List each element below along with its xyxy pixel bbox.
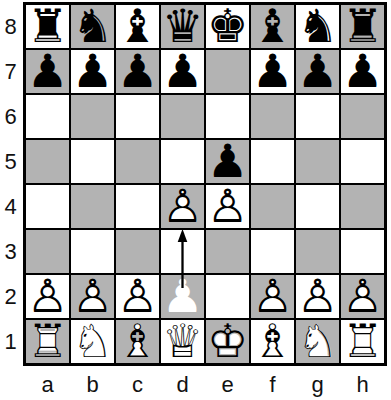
square-h5 bbox=[341, 140, 384, 183]
chess-diagram: 87654321 ♜♞♝♛♚♝♞♜♟♟♟♟♟♟♟♟♟♙♟♙♟♙♟♙♟♙♟♟♙♟♙… bbox=[0, 0, 391, 400]
rank-label-7: 7 bbox=[0, 50, 21, 93]
square-h3 bbox=[341, 230, 384, 273]
square-b3 bbox=[71, 230, 114, 273]
file-label-e: e bbox=[206, 371, 249, 398]
black-pawn-piece: ♟ bbox=[206, 140, 249, 183]
file-label-f: f bbox=[251, 371, 294, 398]
white-pawn-piece: ♙ bbox=[341, 275, 384, 318]
square-f4 bbox=[251, 185, 294, 228]
square-b1: ♞♘ bbox=[71, 320, 114, 363]
square-a3 bbox=[26, 230, 69, 273]
square-a2: ♟♙ bbox=[26, 275, 69, 318]
square-b4 bbox=[71, 185, 114, 228]
white-king-piece: ♔ bbox=[206, 320, 249, 363]
white-pawn-fill: ♟ bbox=[341, 275, 384, 318]
white-queen-piece: ♕ bbox=[161, 320, 204, 363]
file-label-c: c bbox=[116, 371, 159, 398]
square-h4 bbox=[341, 185, 384, 228]
black-knight-piece: ♞ bbox=[296, 5, 339, 48]
black-rook-piece: ♜ bbox=[26, 5, 69, 48]
square-g6 bbox=[296, 95, 339, 138]
black-bishop-piece: ♝ bbox=[251, 5, 294, 48]
square-e4: ♟♙ bbox=[206, 185, 249, 228]
square-c3 bbox=[116, 230, 159, 273]
black-pawn-piece: ♟ bbox=[26, 50, 69, 93]
square-f8: ♝ bbox=[251, 5, 294, 48]
rank-label-2: 2 bbox=[0, 275, 21, 318]
square-g5 bbox=[296, 140, 339, 183]
square-e8: ♚ bbox=[206, 5, 249, 48]
square-d2: ♟ bbox=[161, 275, 204, 318]
black-queen-piece: ♛ bbox=[161, 5, 204, 48]
square-b2: ♟♙ bbox=[71, 275, 114, 318]
square-a7: ♟ bbox=[26, 50, 69, 93]
black-king-piece: ♚ bbox=[206, 5, 249, 48]
rank-labels: 87654321 bbox=[0, 5, 21, 363]
white-bishop-piece: ♗ bbox=[116, 320, 159, 363]
black-pawn-piece: ♟ bbox=[341, 50, 384, 93]
square-f5 bbox=[251, 140, 294, 183]
white-king-fill: ♚ bbox=[206, 320, 249, 363]
white-pawn-piece: ♙ bbox=[26, 275, 69, 318]
square-a1: ♜♖ bbox=[26, 320, 69, 363]
square-f2: ♟♙ bbox=[251, 275, 294, 318]
rank-label-4: 4 bbox=[0, 185, 21, 228]
black-knight-piece: ♞ bbox=[71, 5, 114, 48]
square-c7: ♟ bbox=[116, 50, 159, 93]
square-h1: ♜♖ bbox=[341, 320, 384, 363]
square-b8: ♞ bbox=[71, 5, 114, 48]
square-b5 bbox=[71, 140, 114, 183]
square-b7: ♟ bbox=[71, 50, 114, 93]
white-pawn-piece: ♙ bbox=[116, 275, 159, 318]
square-c4 bbox=[116, 185, 159, 228]
square-h7: ♟ bbox=[341, 50, 384, 93]
square-e5: ♟ bbox=[206, 140, 249, 183]
white-knight-piece: ♘ bbox=[71, 320, 114, 363]
black-pawn-piece: ♟ bbox=[71, 50, 114, 93]
white-bishop-piece: ♗ bbox=[251, 320, 294, 363]
black-pawn-piece: ♟ bbox=[296, 50, 339, 93]
square-d7: ♟ bbox=[161, 50, 204, 93]
white-rook-piece: ♖ bbox=[341, 320, 384, 363]
white-pawn-fill: ♟ bbox=[206, 185, 249, 228]
square-f3 bbox=[251, 230, 294, 273]
file-label-b: b bbox=[71, 371, 114, 398]
square-h8: ♜ bbox=[341, 5, 384, 48]
white-pawn-piece: ♙ bbox=[71, 275, 114, 318]
square-b6 bbox=[71, 95, 114, 138]
square-e2 bbox=[206, 275, 249, 318]
square-f1: ♝♗ bbox=[251, 320, 294, 363]
square-h2: ♟♙ bbox=[341, 275, 384, 318]
square-d6 bbox=[161, 95, 204, 138]
square-a6 bbox=[26, 95, 69, 138]
white-knight-fill: ♞ bbox=[71, 320, 114, 363]
square-c6 bbox=[116, 95, 159, 138]
white-knight-piece: ♘ bbox=[296, 320, 339, 363]
square-d4: ♟♙ bbox=[161, 185, 204, 228]
black-pawn-piece: ♟ bbox=[116, 50, 159, 93]
white-pawn-fill: ♟ bbox=[161, 185, 204, 228]
white-pawn-piece: ♙ bbox=[161, 185, 204, 228]
square-c1: ♝♗ bbox=[116, 320, 159, 363]
white-pawn-fill: ♟ bbox=[116, 275, 159, 318]
square-h6 bbox=[341, 95, 384, 138]
white-rook-fill: ♜ bbox=[26, 320, 69, 363]
file-label-g: g bbox=[296, 371, 339, 398]
white-rook-piece: ♖ bbox=[26, 320, 69, 363]
square-d1: ♛♕ bbox=[161, 320, 204, 363]
white-pawn-piece: ♙ bbox=[206, 185, 249, 228]
white-pawn-fill: ♟ bbox=[71, 275, 114, 318]
rank-label-3: 3 bbox=[0, 230, 21, 273]
file-labels: abcdefgh bbox=[26, 371, 384, 398]
black-pawn-piece: ♟ bbox=[161, 50, 204, 93]
rank-label-1: 1 bbox=[0, 320, 21, 363]
ghost-white-pawn-piece: ♟ bbox=[161, 275, 204, 318]
square-a5 bbox=[26, 140, 69, 183]
square-e1: ♚♔ bbox=[206, 320, 249, 363]
square-g3 bbox=[296, 230, 339, 273]
chess-board: ♜♞♝♛♚♝♞♜♟♟♟♟♟♟♟♟♟♙♟♙♟♙♟♙♟♙♟♟♙♟♙♟♙♜♖♞♘♝♗♛… bbox=[23, 2, 387, 366]
black-rook-piece: ♜ bbox=[341, 5, 384, 48]
white-pawn-fill: ♟ bbox=[251, 275, 294, 318]
white-pawn-piece: ♙ bbox=[296, 275, 339, 318]
rank-label-6: 6 bbox=[0, 95, 21, 138]
white-pawn-fill: ♟ bbox=[26, 275, 69, 318]
square-f7: ♟ bbox=[251, 50, 294, 93]
square-g8: ♞ bbox=[296, 5, 339, 48]
white-pawn-piece: ♙ bbox=[251, 275, 294, 318]
square-c2: ♟♙ bbox=[116, 275, 159, 318]
square-e3 bbox=[206, 230, 249, 273]
square-d8: ♛ bbox=[161, 5, 204, 48]
square-g1: ♞♘ bbox=[296, 320, 339, 363]
square-e6 bbox=[206, 95, 249, 138]
white-queen-fill: ♛ bbox=[161, 320, 204, 363]
white-pawn-fill: ♟ bbox=[296, 275, 339, 318]
square-g4 bbox=[296, 185, 339, 228]
rank-label-8: 8 bbox=[0, 5, 21, 48]
square-g7: ♟ bbox=[296, 50, 339, 93]
square-c8: ♝ bbox=[116, 5, 159, 48]
rank-label-5: 5 bbox=[0, 140, 21, 183]
file-label-a: a bbox=[26, 371, 69, 398]
square-d3 bbox=[161, 230, 204, 273]
square-f6 bbox=[251, 95, 294, 138]
white-rook-fill: ♜ bbox=[341, 320, 384, 363]
file-label-d: d bbox=[161, 371, 204, 398]
square-a8: ♜ bbox=[26, 5, 69, 48]
white-knight-fill: ♞ bbox=[296, 320, 339, 363]
black-bishop-piece: ♝ bbox=[116, 5, 159, 48]
white-bishop-fill: ♝ bbox=[251, 320, 294, 363]
square-a4 bbox=[26, 185, 69, 228]
square-g2: ♟♙ bbox=[296, 275, 339, 318]
square-e7 bbox=[206, 50, 249, 93]
square-d5 bbox=[161, 140, 204, 183]
file-label-h: h bbox=[341, 371, 384, 398]
black-pawn-piece: ♟ bbox=[251, 50, 294, 93]
white-bishop-fill: ♝ bbox=[116, 320, 159, 363]
square-c5 bbox=[116, 140, 159, 183]
